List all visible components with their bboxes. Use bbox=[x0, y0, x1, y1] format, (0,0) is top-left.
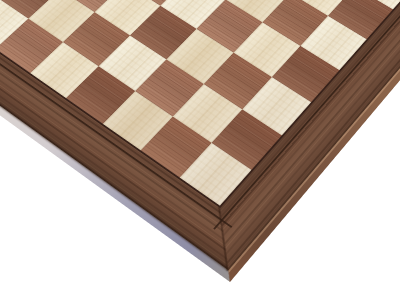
chessboard bbox=[0, 0, 400, 282]
photo-stage bbox=[0, 0, 400, 300]
